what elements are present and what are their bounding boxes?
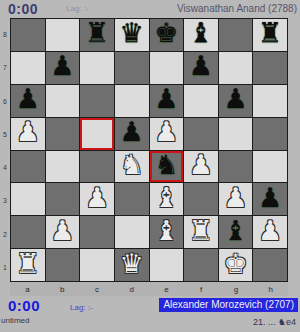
square-d2[interactable]	[115, 216, 149, 248]
piece-black-king[interactable]: ♚	[154, 20, 178, 47]
square-a7[interactable]	[11, 52, 45, 84]
square-e1[interactable]	[150, 249, 184, 281]
square-c6[interactable]	[80, 85, 114, 117]
top-player-bar: 0:00 Lag: :- Viswanathan Anand (2788)	[0, 0, 300, 18]
square-g6[interactable]: ♟	[219, 85, 253, 117]
piece-white-king[interactable]: ♚	[223, 251, 247, 278]
bottom-player-bar: 0:00 Lag: :- Alexander Morozevich (2707)	[0, 296, 300, 316]
piece-black-pawn[interactable]: ♟	[154, 86, 178, 113]
file-labels: abcdefgh	[10, 282, 288, 296]
square-c2[interactable]	[80, 216, 114, 248]
square-a4[interactable]	[11, 151, 45, 183]
piece-black-pawn[interactable]: ♟	[223, 86, 247, 113]
status-row: untimed 21. ... ♞e4	[0, 316, 300, 330]
square-c1[interactable]	[80, 249, 114, 281]
board-area: 87654321 ♜♛♚♝♜♟♟♟♟♟♟♟♟♞♞♟♟♝♟♟♟♝♜♝♟♜♛♚	[10, 18, 288, 282]
square-g1[interactable]: ♚	[219, 249, 253, 281]
file-label-c: c	[80, 282, 115, 296]
piece-black-pawn[interactable]: ♟	[16, 86, 40, 113]
square-a8[interactable]	[11, 19, 45, 51]
square-f8[interactable]: ♝	[184, 19, 218, 51]
square-d1[interactable]: ♛	[115, 249, 149, 281]
square-e8[interactable]: ♚	[150, 19, 184, 51]
square-f2[interactable]: ♜	[184, 216, 218, 248]
square-g3[interactable]: ♟	[219, 183, 253, 215]
piece-black-rook[interactable]: ♜	[85, 20, 109, 47]
square-e2[interactable]: ♝	[150, 216, 184, 248]
square-h6[interactable]	[253, 85, 287, 117]
piece-black-pawn[interactable]: ♟	[50, 53, 74, 80]
square-d7[interactable]	[115, 52, 149, 84]
file-label-f: f	[184, 282, 219, 296]
rank-label-3: 3	[0, 184, 10, 217]
square-e6[interactable]: ♟	[150, 85, 184, 117]
rank-label-5: 5	[0, 118, 10, 151]
square-a5[interactable]: ♟	[11, 118, 45, 150]
square-h3[interactable]: ♟	[253, 183, 287, 215]
piece-white-pawn[interactable]: ♟	[154, 119, 178, 146]
piece-black-queen[interactable]: ♛	[120, 20, 144, 47]
square-h2[interactable]: ♟	[253, 216, 287, 248]
square-h8[interactable]: ♜	[253, 19, 287, 51]
square-e7[interactable]	[150, 52, 184, 84]
rank-label-7: 7	[0, 51, 10, 84]
square-g2[interactable]: ♝	[219, 216, 253, 248]
square-e3[interactable]: ♝	[150, 183, 184, 215]
rank-label-2: 2	[0, 218, 10, 251]
square-b6[interactable]	[46, 85, 80, 117]
square-f3[interactable]	[184, 183, 218, 215]
piece-white-pawn[interactable]: ♟	[85, 185, 109, 212]
square-g8[interactable]	[219, 19, 253, 51]
square-b2[interactable]: ♟	[46, 216, 80, 248]
piece-white-pawn[interactable]: ♟	[16, 119, 40, 146]
last-move-label: 21. ... ♞e4	[253, 317, 296, 327]
square-f5[interactable]	[184, 118, 218, 150]
piece-white-pawn[interactable]: ♟	[258, 218, 282, 245]
square-a6[interactable]: ♟	[11, 85, 45, 117]
top-player-name[interactable]: Viswanathan Anand (2788)	[177, 3, 297, 14]
piece-black-knight[interactable]: ♞	[154, 152, 178, 179]
square-b4[interactable]	[46, 151, 80, 183]
file-label-d: d	[114, 282, 149, 296]
rank-label-4: 4	[0, 151, 10, 184]
square-h1[interactable]	[253, 249, 287, 281]
board-squares: ♜♛♚♝♜♟♟♟♟♟♟♟♟♞♞♟♟♝♟♟♟♝♜♝♟♜♛♚	[10, 18, 288, 282]
square-d6[interactable]	[115, 85, 149, 117]
top-clock: 0:00	[8, 1, 38, 17]
square-f6[interactable]	[184, 85, 218, 117]
file-label-h: h	[253, 282, 288, 296]
square-h7[interactable]	[253, 52, 287, 84]
square-c5[interactable]	[80, 118, 114, 150]
piece-black-pawn[interactable]: ♟	[258, 185, 282, 212]
piece-black-rook[interactable]: ♜	[258, 20, 282, 47]
square-b1[interactable]	[46, 249, 80, 281]
piece-black-pawn[interactable]: ♟	[120, 119, 144, 146]
square-d4[interactable]: ♞	[115, 151, 149, 183]
square-g7[interactable]	[219, 52, 253, 84]
square-g5[interactable]	[219, 118, 253, 150]
bottom-lag-indicator: Lag: :-	[70, 303, 93, 312]
piece-black-bishop[interactable]: ♝	[223, 218, 247, 245]
square-c4[interactable]	[80, 151, 114, 183]
square-h5[interactable]	[253, 118, 287, 150]
top-lag-indicator: Lag: :-	[66, 4, 89, 13]
square-g4[interactable]	[219, 151, 253, 183]
piece-white-bishop[interactable]: ♝	[154, 185, 178, 212]
square-c3[interactable]: ♟	[80, 183, 114, 215]
rank-label-6: 6	[0, 85, 10, 118]
square-a3[interactable]	[11, 183, 45, 215]
square-d8[interactable]: ♛	[115, 19, 149, 51]
piece-white-pawn[interactable]: ♟	[50, 218, 74, 245]
square-d5[interactable]: ♟	[115, 118, 149, 150]
square-c8[interactable]: ♜	[80, 19, 114, 51]
piece-black-pawn[interactable]: ♟	[189, 53, 213, 80]
file-label-b: b	[45, 282, 80, 296]
bottom-clock: 0:00	[8, 297, 40, 314]
piece-white-pawn[interactable]: ♟	[189, 152, 213, 179]
piece-white-rook[interactable]: ♜	[189, 218, 213, 245]
square-a1[interactable]: ♜	[11, 249, 45, 281]
piece-white-queen[interactable]: ♛	[120, 251, 144, 278]
square-f1[interactable]	[184, 249, 218, 281]
time-control-label: untimed	[1, 316, 29, 325]
square-b8[interactable]	[46, 19, 80, 51]
piece-white-bishop[interactable]: ♝	[154, 218, 178, 245]
square-e4[interactable]: ♞	[150, 151, 184, 183]
square-b7[interactable]: ♟	[46, 52, 80, 84]
piece-white-knight[interactable]: ♞	[120, 152, 144, 179]
square-f7[interactable]: ♟	[184, 52, 218, 84]
file-label-a: a	[10, 282, 45, 296]
square-b5[interactable]	[46, 118, 80, 150]
rank-label-8: 8	[0, 18, 10, 51]
piece-white-rook[interactable]: ♜	[16, 251, 40, 278]
square-c7[interactable]	[80, 52, 114, 84]
square-b3[interactable]	[46, 183, 80, 215]
bottom-player-name[interactable]: Alexander Morozevich (2707)	[159, 298, 298, 312]
file-label-g: g	[219, 282, 254, 296]
square-h4[interactable]	[253, 151, 287, 183]
rank-labels: 87654321	[0, 18, 10, 284]
square-e5[interactable]: ♟	[150, 118, 184, 150]
square-a2[interactable]	[11, 216, 45, 248]
square-f4[interactable]: ♟	[184, 151, 218, 183]
file-label-e: e	[149, 282, 184, 296]
rank-label-1: 1	[0, 251, 10, 284]
square-d3[interactable]	[115, 183, 149, 215]
piece-black-bishop[interactable]: ♝	[189, 20, 213, 47]
piece-white-pawn[interactable]: ♟	[223, 185, 247, 212]
